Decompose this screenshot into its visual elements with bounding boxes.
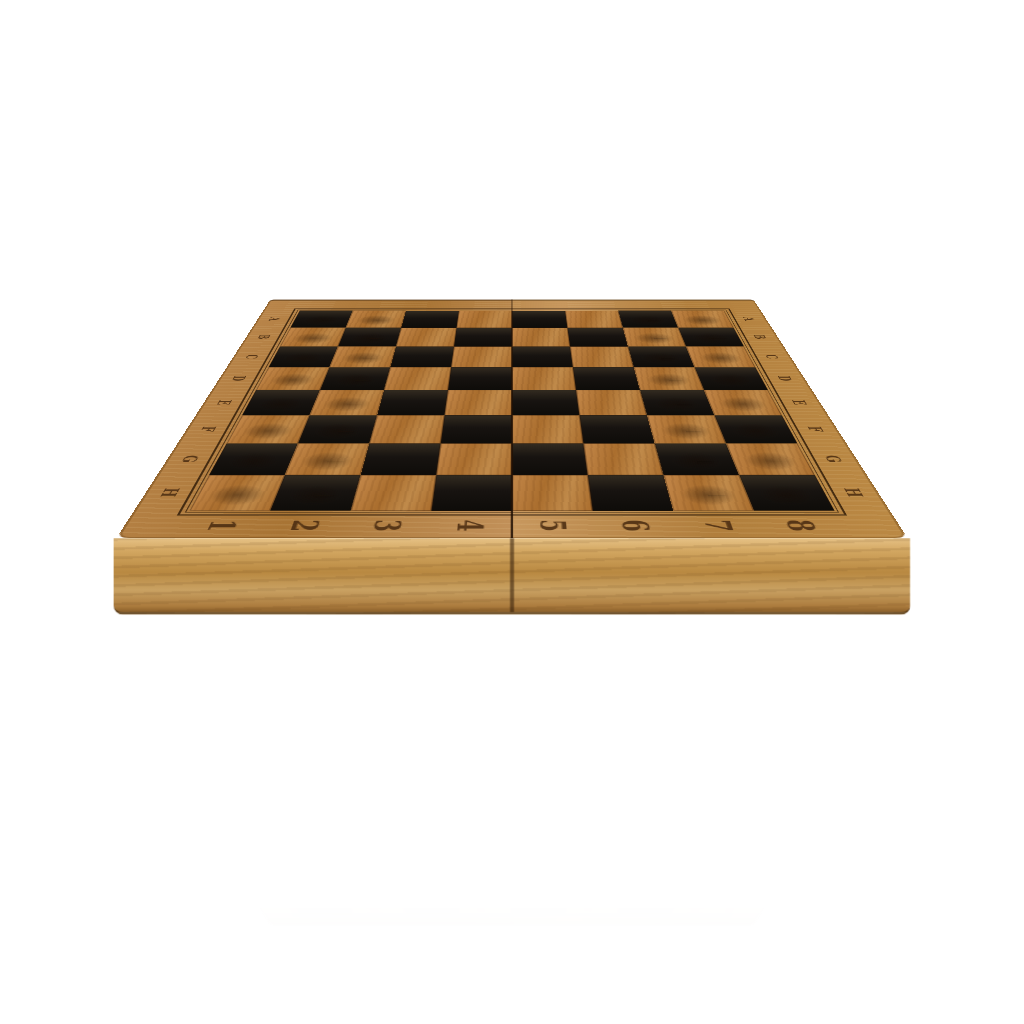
reflection-square-c8: ♝: [686, 857, 755, 878]
white-pawn-icon: ♟: [290, 444, 341, 500]
reflection-white-knight-icon: ♞: [289, 882, 337, 935]
reflection-black-pawn-icon: ♟: [636, 882, 673, 923]
reflection-square-f7: ♟: [647, 781, 726, 809]
reflection-piece-shadow: [280, 860, 326, 872]
reflection-piece-shadow: [268, 837, 317, 850]
reflection-black-rook-icon: ♜: [681, 900, 724, 948]
reflection-file-label-right-f: F: [776, 787, 855, 804]
reflection-piece-shadow: [698, 860, 744, 872]
square-c6: [570, 347, 634, 368]
reflection-white-pawn-icon: ♟: [315, 788, 360, 838]
reflection-file-label-left-d: D: [203, 839, 274, 853]
reflection-board-back-edge: [270, 923, 755, 924]
reflection-white-knight-icon: ♞: [223, 758, 285, 827]
reflection-square-a1: ♜: [290, 896, 353, 913]
black-pawn-icon: ♟: [683, 444, 734, 500]
reflection-board-frame-inner-line: [185, 711, 840, 914]
reflection-square-e4: [445, 809, 512, 834]
reflection-square-c2: ♟: [329, 857, 396, 878]
reflection-piece-shadow: [660, 785, 713, 801]
reflection-white-bishop-icon: ♝: [277, 862, 329, 920]
reflection-square-d3: [384, 834, 451, 857]
reflection-square-c7: ♟: [628, 857, 695, 878]
reflection-square-b5: [512, 877, 570, 896]
reflection-square-g5: [512, 749, 588, 781]
reflection-square-g1: ♞: [209, 749, 298, 781]
reflection-piece-shadow: [224, 754, 283, 772]
reflection-square-f3: [369, 781, 444, 809]
reflection-chess-board: ♜♟♟♜♞♟♟♞♝♟♟♝♛♟♟♛♚♟♟♚♝♟♟♝♞♟♟♞♜♟♟♜ 1234567…: [116, 686, 907, 925]
square-g3: [361, 443, 441, 475]
reflection-piece-shadow: [332, 837, 379, 850]
reflection-square-c3: [390, 857, 454, 878]
reflection-piece-shadow: [356, 899, 396, 909]
black-rook-icon: ♜: [756, 431, 818, 500]
reflection-square-f4: [441, 781, 512, 809]
reflection-square-f8: ♝: [714, 781, 797, 809]
reflection-piece-shadow: [205, 718, 268, 739]
reflection-black-queen-icon: ♛: [697, 840, 765, 916]
square-c4: [451, 347, 512, 368]
reflection-square-b1: ♞: [280, 877, 346, 896]
reflection-square-g7: ♟: [655, 749, 739, 781]
square-d3: [384, 367, 451, 390]
reflection-black-pawn-icon: ♟: [664, 788, 709, 838]
reflection: ♜♟♟♜♞♟♟♞♝♟♟♝♛♟♟♛♚♟♟♚♝♟♟♝♞♟♟♞♜♟♟♜ 1234567…: [0, 612, 1024, 1024]
reflection-black-knight-icon: ♞: [687, 882, 735, 935]
reflection-white-pawn-icon: ♟: [326, 816, 369, 863]
square-f5: [512, 415, 583, 443]
reflection-file-label-right-a: A: [719, 900, 779, 910]
reflection-rank-label-8: 8: [768, 678, 836, 718]
reflection-file-label-left-a: A: [244, 900, 304, 910]
reflection-piece-shadow: [322, 812, 372, 827]
reflection-board-right-half-tint: [512, 686, 908, 925]
reflection-square-d8: ♛: [695, 834, 768, 857]
reflection-black-rook-icon: ♜: [756, 724, 818, 793]
reflection-piece-shadow: [240, 785, 295, 801]
reflection-square-c6: [570, 857, 634, 878]
reflection-white-king-icon: ♚: [240, 816, 321, 907]
reflection-white-pawn-icon: ♟: [290, 724, 341, 780]
reflection-square-g4: [436, 749, 512, 781]
reflection-board-squares: ♜♟♟♜♞♟♟♞♝♟♟♝♛♟♟♛♚♟♟♚♝♟♟♝♞♟♟♞♜♟♟♜: [189, 713, 834, 913]
reflection-white-pawn-icon: ♟: [335, 840, 375, 885]
reflection-square-h5: [512, 713, 593, 749]
square-a6: [565, 311, 623, 328]
reflection-piece-shadow: [301, 899, 343, 909]
square-h3: [351, 475, 437, 511]
reflection-piece-shadow: [299, 754, 356, 772]
reflection-square-d2: ♟: [320, 834, 390, 857]
reflection-file-label-right-c: C: [739, 861, 806, 873]
reflection-square-h3: [351, 713, 437, 749]
square-g4: [436, 443, 512, 475]
reflection-piece-shadow: [645, 837, 692, 850]
reflection-square-b8: ♞: [678, 877, 744, 896]
reflection-rank-label-7: 7: [688, 678, 751, 718]
reflection-square-a4: [457, 896, 512, 913]
reflection-file-labels-left: ABCDEFGH: [135, 713, 295, 913]
reflection-white-pawn-icon: ♟: [344, 862, 382, 905]
reflection-square-h7: ♟: [663, 713, 753, 749]
reflection-square-b2: ♟: [338, 877, 401, 896]
reflection-black-pawn-icon: ♟: [683, 724, 734, 780]
reflection-square-a7: ♟: [618, 896, 678, 913]
reflection-square-h6: [588, 713, 674, 749]
reflection-piece-shadow: [669, 754, 726, 772]
reflection-square-c5: [512, 857, 573, 878]
square-d4: [448, 367, 512, 390]
reflection-piece-shadow: [348, 880, 390, 891]
reflection-square-b7: ♟: [623, 877, 686, 896]
reflection-white-rook-icon: ♜: [206, 724, 268, 793]
reflection-square-g3: [361, 749, 441, 781]
reflection-piece-shadow: [255, 812, 307, 827]
reflection-piece-shadow: [755, 718, 818, 739]
reflection-square-d6: [573, 834, 640, 857]
reflection-file-label-left-g: G: [147, 756, 232, 775]
reflection-white-queen-icon: ♛: [259, 840, 327, 916]
reflection-piece-shadow: [291, 880, 335, 891]
reflection-square-c4: [451, 857, 512, 878]
reflection-file-label-right-g: G: [792, 756, 877, 775]
reflection-square-e8: ♚: [704, 809, 782, 834]
product-photo-stage: ♜♟♟♜♞♟♟♞♝♟♟♝♛♟♟♛♚♟♟♚♝♟♟♝♞♟♟♞♜♟♟♜ 1234567…: [0, 0, 1024, 1024]
reflection-square-h8: ♜: [739, 713, 834, 749]
reflection-piece-shadow: [682, 899, 724, 909]
reflection-square-f5: [512, 781, 583, 809]
reflection-file-label-left-b: B: [232, 881, 295, 892]
reflection-square-d7: ♟: [634, 834, 704, 857]
reflection-rank-label-4: 4: [444, 678, 496, 718]
reflection-black-pawn-icon: ♟: [673, 758, 721, 811]
square-f4: [441, 415, 512, 443]
reflection-piece-shadow: [729, 785, 784, 801]
reflection-square-a8: ♜: [671, 896, 734, 913]
reflection-rank-label-2: 2: [273, 678, 336, 718]
perspective-wrapper: ♜♟♟♜♞♟♟♞♝♟♟♝♛♟♟♛♚♟♟♚♝♟♟♝♞♟♟♞♜♟♟♜ 1234567…: [0, 0, 1024, 612]
reflection-piece-shadow: [340, 860, 385, 872]
reflection-square-e1: ♚: [242, 809, 320, 834]
square-f6: [579, 415, 654, 443]
reflection-piece-shadow: [717, 812, 769, 827]
square-a4: [457, 311, 512, 328]
reflection-square-b4: [454, 877, 512, 896]
square-e4: [445, 390, 512, 415]
reflection-board-frame-outer-line: [177, 708, 848, 915]
reflection-file-label-left-e: E: [187, 814, 262, 829]
square-g6: [583, 443, 663, 475]
square-d6: [573, 367, 640, 390]
white-rook-icon: ♜: [206, 431, 268, 500]
reflection-square-g2: ♟: [285, 749, 369, 781]
reflection-file-label-right-h: H: [809, 721, 900, 742]
square-e3: [377, 390, 448, 415]
reflection-file-label-left-h: H: [124, 721, 215, 742]
reflection-square-f6: [579, 781, 654, 809]
reflection-file-labels-right: ABCDEFGH: [728, 713, 888, 913]
reflection-square-e7: ♟: [640, 809, 714, 834]
reflection-rank-label-3: 3: [358, 678, 415, 718]
reflection-rank-labels: 12345678: [175, 686, 850, 710]
reflection-white-pawn-icon: ♟: [351, 882, 388, 923]
reflection-square-c1: ♝: [269, 857, 338, 878]
reflection-perspective-wrapper: ♜♟♟♜♞♟♟♞♝♟♟♝♛♟♟♛♚♟♟♚♝♟♟♝♞♟♟♞♜♟♟♜ 1234567…: [0, 612, 1024, 1024]
reflection-rank-label-1: 1: [187, 678, 255, 718]
reflection-square-h1: ♜: [189, 713, 284, 749]
square-c5: [512, 347, 573, 368]
reflection-piece-shadow: [633, 880, 675, 891]
box-front-seam: [510, 538, 514, 612]
reflection-piece-shadow: [689, 880, 733, 891]
reflection-square-e3: [377, 809, 448, 834]
reflection-square-g8: ♞: [726, 749, 815, 781]
reflection-piece-shadow: [707, 837, 756, 850]
reflection-white-pawn-icon: ♟: [358, 900, 393, 939]
reflection-file-label-right-e: E: [763, 814, 838, 829]
reflection-square-a6: [565, 896, 623, 913]
reflection-rank-label-5: 5: [528, 678, 580, 718]
reflection-box-front-face: [114, 609, 911, 686]
square-h1: ♜: [189, 475, 284, 511]
square-b3: [396, 328, 457, 347]
reflection-white-pawn-icon: ♟: [304, 758, 352, 811]
reflection-black-pawn-icon: ♟: [656, 816, 699, 863]
square-g5: [512, 443, 588, 475]
reflection-black-pawn-icon: ♟: [630, 900, 665, 939]
reflection-square-a2: ♟: [346, 896, 406, 913]
reflection-piece-shadow: [285, 718, 346, 739]
chess-board: ♜♟♟♜♞♟♟♞♝♟♟♝♛♟♟♛♚♟♟♚♝♟♟♝♞♟♟♞♜♟♟♜ 1234567…: [116, 300, 907, 539]
reflection-file-label-right-b: B: [729, 881, 792, 892]
reflection-square-d1: ♛: [256, 834, 329, 857]
reflection-white-rook-icon: ♜: [300, 900, 343, 948]
reflection-square-d5: [512, 834, 576, 857]
chess-set-scene: ♜♟♟♜♞♟♟♞♝♟♟♝♛♟♟♛♚♟♟♚♝♟♟♝♞♟♟♞♜♟♟♜ 1234567…: [0, 0, 1024, 612]
square-a3: [401, 311, 459, 328]
reflection-piece-shadow: [311, 785, 364, 801]
reflection-square-g6: [583, 749, 663, 781]
reflection-piece-shadow: [628, 899, 668, 909]
reflection-black-pawn-icon: ♟: [642, 862, 680, 905]
reflection-square-b3: [396, 877, 457, 896]
square-d5: [512, 367, 576, 390]
reflection-square-h4: [431, 713, 512, 749]
reflection-piece-shadow: [741, 754, 800, 772]
reflection-piece-shadow: [678, 718, 739, 739]
square-f3: [369, 415, 444, 443]
reflection-square-f2: ♟: [298, 781, 377, 809]
reflection-piece-shadow: [639, 860, 684, 872]
reflection-square-h2: ♟: [270, 713, 360, 749]
reflection-black-pawn-icon: ♟: [648, 840, 688, 885]
reflection-rank-label-6: 6: [608, 678, 665, 718]
reflection-white-bishop-icon: ♝: [238, 788, 299, 856]
reflection-file-label-left-c: C: [218, 861, 285, 873]
reflection-square-f1: ♝: [227, 781, 310, 809]
square-e6: [576, 390, 647, 415]
reflection-square-a3: [401, 896, 459, 913]
reflection-hinge-seam: [511, 686, 514, 925]
square-a5: [512, 311, 567, 328]
reflection-black-king-icon: ♚: [702, 816, 783, 907]
reflection-file-label-right-d: D: [750, 839, 821, 853]
square-b4: [454, 328, 512, 347]
reflection-box-front-seam: [510, 612, 514, 686]
square-c3: [390, 347, 454, 368]
rank-labels: 12345678: [175, 514, 850, 538]
square-h2: ♟: [270, 475, 360, 511]
reflection-black-knight-icon: ♞: [739, 758, 801, 827]
reflection-piece-shadow: [652, 812, 702, 827]
square-h4: [431, 475, 512, 511]
reflection-black-bishop-icon: ♝: [695, 862, 747, 920]
reflection-file-label-left-f: F: [168, 787, 247, 804]
square-e5: [512, 390, 579, 415]
reflection-square-e6: [576, 809, 647, 834]
reflection-square-b6: [567, 877, 628, 896]
reflection-square-e2: ♟: [310, 809, 384, 834]
box-front-face: [114, 538, 911, 615]
reflection-square-d4: [448, 834, 512, 857]
reflection-square-e5: [512, 809, 579, 834]
reflection-square-a5: [512, 896, 567, 913]
reflection-black-bishop-icon: ♝: [726, 788, 787, 856]
